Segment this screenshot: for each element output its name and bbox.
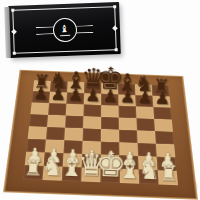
black-pawn[interactable]: ♟ bbox=[119, 88, 135, 106]
square-e4[interactable] bbox=[101, 129, 119, 142]
square-b6[interactable] bbox=[48, 103, 66, 115]
frame-diamond-left bbox=[11, 29, 17, 35]
square-g7[interactable]: ♟ bbox=[135, 95, 153, 107]
chess-set-product-photo: ♝ ♜♞♝♛♚♝♞♜♟♟♟♟♟♟♟♟♟♟♟♟♟♟♟♟♜♞♝♛♚♝♞♜ bbox=[0, 0, 200, 200]
board-perspective-wrapper: ♜♞♝♛♚♝♞♜♟♟♟♟♟♟♟♟♟♟♟♟♟♟♟♟♜♞♝♛♚♝♞♜ bbox=[9, 37, 194, 200]
square-f1[interactable]: ♝ bbox=[120, 169, 140, 184]
square-h6[interactable] bbox=[153, 107, 171, 119]
square-b5[interactable] bbox=[47, 115, 66, 128]
black-pawn[interactable]: ♟ bbox=[85, 87, 101, 105]
white-rook[interactable]: ♜ bbox=[159, 162, 179, 184]
box-side-edge bbox=[4, 7, 11, 58]
frame-corner-mark bbox=[11, 9, 14, 12]
square-h4[interactable] bbox=[155, 131, 174, 144]
square-g5[interactable] bbox=[136, 118, 155, 131]
square-c5[interactable] bbox=[65, 116, 83, 129]
square-b4[interactable] bbox=[46, 127, 65, 140]
square-d5[interactable] bbox=[83, 116, 101, 129]
chess-board: ♜♞♝♛♚♝♞♜♟♟♟♟♟♟♟♟♟♟♟♟♟♟♟♟♜♞♝♛♚♝♞♜ bbox=[3, 70, 198, 200]
square-h7[interactable]: ♟ bbox=[153, 96, 171, 108]
frame-corner-mark bbox=[113, 5, 116, 8]
board-grid: ♜♞♝♛♚♝♞♜♟♟♟♟♟♟♟♟♟♟♟♟♟♟♟♟♜♞♝♛♚♝♞♜ bbox=[23, 80, 178, 185]
square-f6[interactable] bbox=[119, 106, 137, 118]
square-e7[interactable]: ♟ bbox=[101, 94, 118, 106]
square-e5[interactable] bbox=[101, 117, 119, 130]
black-pawn[interactable]: ♟ bbox=[50, 85, 66, 103]
square-d7[interactable]: ♟ bbox=[84, 93, 101, 105]
square-h1[interactable]: ♜ bbox=[158, 170, 178, 185]
square-h5[interactable] bbox=[154, 119, 173, 132]
square-a7[interactable]: ♟ bbox=[32, 91, 50, 103]
square-d6[interactable] bbox=[83, 104, 101, 116]
square-c4[interactable] bbox=[64, 128, 83, 141]
square-f5[interactable] bbox=[119, 118, 137, 131]
square-d4[interactable] bbox=[83, 128, 101, 141]
square-f4[interactable] bbox=[119, 130, 138, 143]
square-a6[interactable] bbox=[30, 102, 49, 114]
emblem-ribbon-right bbox=[74, 25, 93, 34]
square-g6[interactable] bbox=[136, 106, 154, 118]
square-g1[interactable]: ♞ bbox=[139, 170, 159, 185]
square-a4[interactable] bbox=[28, 126, 47, 139]
black-pawn[interactable]: ♟ bbox=[102, 87, 118, 105]
square-c7[interactable]: ♟ bbox=[66, 93, 84, 105]
square-e6[interactable] bbox=[101, 105, 119, 117]
chess-piece-emblem-icon: ♝ bbox=[60, 24, 69, 34]
square-g4[interactable] bbox=[137, 130, 156, 143]
square-b7[interactable]: ♟ bbox=[49, 92, 67, 104]
frame-diamond-right bbox=[112, 25, 118, 31]
square-f7[interactable]: ♟ bbox=[118, 94, 136, 106]
emblem-text-bar bbox=[60, 35, 70, 37]
white-knight[interactable]: ♞ bbox=[138, 158, 161, 184]
square-c6[interactable] bbox=[66, 104, 84, 116]
black-pawn[interactable]: ♟ bbox=[154, 89, 170, 107]
black-pawn[interactable]: ♟ bbox=[67, 86, 83, 104]
square-a5[interactable] bbox=[29, 114, 48, 127]
black-pawn[interactable]: ♟ bbox=[137, 89, 153, 107]
black-pawn[interactable]: ♟ bbox=[33, 85, 49, 103]
